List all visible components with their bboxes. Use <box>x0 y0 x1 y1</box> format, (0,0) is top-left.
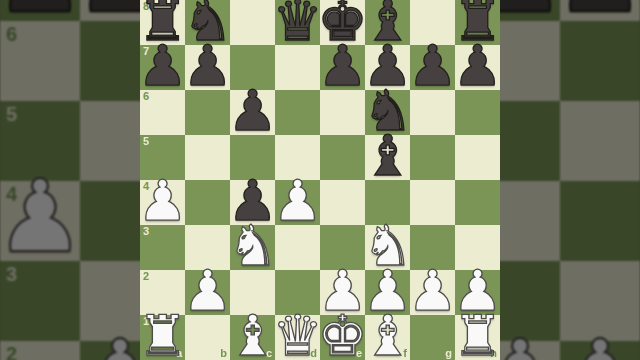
square-g4[interactable] <box>410 180 455 225</box>
piece-white-bishop-c1-icon[interactable]: ♝ <box>227 308 277 360</box>
piece-white-bishop-f1-icon[interactable]: ♝ <box>362 308 412 360</box>
square-h7[interactable]: ♟ <box>455 45 500 90</box>
square-c3[interactable]: ♞ <box>230 225 275 270</box>
piece-black-pawn-c6-icon[interactable]: ♟ <box>227 83 277 139</box>
square-d8[interactable]: ♛ <box>275 0 320 45</box>
square-c8[interactable] <box>230 0 275 45</box>
square-c6[interactable]: ♟ <box>230 90 275 135</box>
piece-white-king-e1-icon[interactable]: ♚ <box>317 308 367 360</box>
square-a7: 7♟ <box>0 0 80 21</box>
piece-black-pawn-e7-icon[interactable]: ♟ <box>317 38 367 94</box>
square-g5[interactable] <box>410 135 455 180</box>
square-c1[interactable]: c♝ <box>230 315 275 360</box>
square-g1[interactable]: g <box>410 315 455 360</box>
square-d6[interactable] <box>275 90 320 135</box>
square-g2[interactable]: ♟ <box>410 270 455 315</box>
piece-black-pawn-h7-icon[interactable]: ♟ <box>452 38 502 94</box>
square-a3[interactable]: 3 <box>140 225 185 270</box>
main-chessboard[interactable]: 8♜♞♛♚♝♜7♟♟♟♟♟♟6♟♞5♝4♟♟♟3♞♞2♟♟♟♟♟1a♜bc♝d♛… <box>140 0 500 360</box>
piece-white-pawn-a4-icon: ♟ <box>0 167 85 267</box>
chess-app-stage: 8♜♞♛♚♝♜7♟♟♟♟♟♟6♟♞5♝4♟♟♟3♞♞2♟♟♟♟♟1a♜bc♝d♛… <box>0 0 640 360</box>
rank-label-3: 3 <box>6 264 17 284</box>
square-e4[interactable] <box>320 180 365 225</box>
square-h5 <box>560 101 640 181</box>
square-e7[interactable]: ♟ <box>320 45 365 90</box>
square-e1[interactable]: e♚ <box>320 315 365 360</box>
square-h4 <box>560 181 640 261</box>
square-g6[interactable] <box>410 90 455 135</box>
square-d4[interactable]: ♟ <box>275 180 320 225</box>
piece-white-pawn-a4-icon[interactable]: ♟ <box>137 173 187 229</box>
square-b6[interactable] <box>185 90 230 135</box>
piece-white-pawn-g2-icon[interactable]: ♟ <box>407 263 457 319</box>
piece-white-pawn-h2-icon: ♟ <box>555 327 640 360</box>
piece-black-pawn-g7-icon[interactable]: ♟ <box>407 38 457 94</box>
rank-label-2: 2 <box>143 271 149 282</box>
square-d3[interactable] <box>275 225 320 270</box>
square-f5[interactable]: ♝ <box>365 135 410 180</box>
piece-white-knight-c3-icon[interactable]: ♞ <box>227 218 277 274</box>
piece-black-queen-d8-icon[interactable]: ♛ <box>272 0 322 49</box>
square-h6 <box>560 21 640 101</box>
piece-white-rook-a1-icon[interactable]: ♜ <box>137 308 187 360</box>
square-a7[interactable]: 7♟ <box>140 45 185 90</box>
square-a4[interactable]: 4♟ <box>140 180 185 225</box>
square-f1[interactable]: f♝ <box>365 315 410 360</box>
square-h5[interactable] <box>455 135 500 180</box>
square-h7: ♟ <box>560 0 640 21</box>
file-label-b: b <box>220 348 227 359</box>
piece-black-pawn-a7-icon[interactable]: ♟ <box>137 38 187 94</box>
piece-white-rook-h1-icon[interactable]: ♜ <box>452 308 502 360</box>
square-d7[interactable] <box>275 45 320 90</box>
square-e5[interactable] <box>320 135 365 180</box>
square-g7[interactable]: ♟ <box>410 45 455 90</box>
square-d1[interactable]: d♛ <box>275 315 320 360</box>
square-a3: 3 <box>0 261 80 341</box>
square-a6: 6 <box>0 21 80 101</box>
rank-label-6: 6 <box>143 91 149 102</box>
rank-label-2: 2 <box>6 344 17 360</box>
square-b5[interactable] <box>185 135 230 180</box>
piece-black-pawn-b7-icon[interactable]: ♟ <box>182 38 232 94</box>
rank-label-5: 5 <box>6 104 17 124</box>
square-h4[interactable] <box>455 180 500 225</box>
square-b2[interactable]: ♟ <box>185 270 230 315</box>
square-a1[interactable]: 1a♜ <box>140 315 185 360</box>
square-b7[interactable]: ♟ <box>185 45 230 90</box>
piece-white-pawn-d4-icon[interactable]: ♟ <box>272 173 322 229</box>
square-h1[interactable]: h♜ <box>455 315 500 360</box>
piece-white-pawn-b2-icon[interactable]: ♟ <box>182 263 232 319</box>
square-h2: ♟ <box>560 341 640 360</box>
square-b1[interactable]: b <box>185 315 230 360</box>
square-e6[interactable] <box>320 90 365 135</box>
square-b4[interactable] <box>185 180 230 225</box>
square-a4: 4♟ <box>0 181 80 261</box>
square-a2: 2 <box>0 341 80 360</box>
piece-white-queen-d1-icon[interactable]: ♛ <box>272 308 322 360</box>
piece-black-bishop-f5-icon[interactable]: ♝ <box>362 128 412 184</box>
file-label-g: g <box>445 348 452 359</box>
rank-label-6: 6 <box>6 24 17 44</box>
square-h6[interactable] <box>455 90 500 135</box>
rank-label-3: 3 <box>143 226 149 237</box>
square-a6[interactable]: 6 <box>140 90 185 135</box>
rank-label-5: 5 <box>143 136 149 147</box>
